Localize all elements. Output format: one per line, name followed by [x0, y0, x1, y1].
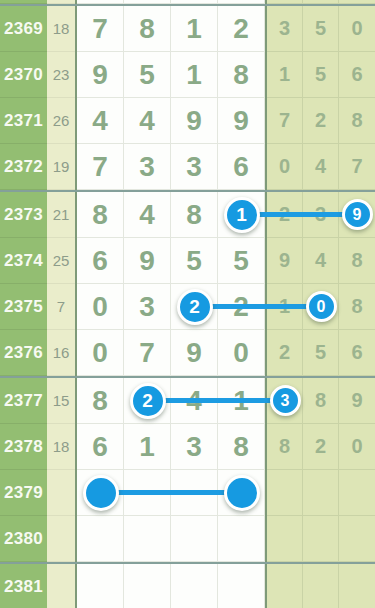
- cell-main-1[interactable]: 7: [77, 144, 124, 190]
- row-2381: 2381: [0, 564, 375, 608]
- cell-main-2[interactable]: 4: [124, 192, 171, 238]
- row-2377: 2377158418923: [0, 378, 375, 424]
- cell-extra-3[interactable]: [339, 564, 375, 608]
- cell-extra-1[interactable]: 8: [267, 424, 303, 470]
- cell-extra-2[interactable]: [303, 564, 339, 608]
- cell-main-3[interactable]: 9: [171, 98, 218, 144]
- row-sum: 23: [47, 52, 75, 98]
- cell-main-2[interactable]: [124, 516, 171, 562]
- row-id: 2373: [0, 192, 47, 238]
- marker-circle[interactable]: 2: [130, 383, 166, 419]
- row-2375: 237570321820: [0, 284, 375, 330]
- cell-main-1[interactable]: 6: [77, 424, 124, 470]
- cell-main-2: [124, 0, 171, 4]
- row-sum: 15: [47, 378, 75, 424]
- cell-main-2[interactable]: 1: [124, 424, 171, 470]
- cell-extra-1[interactable]: 3: [267, 6, 303, 52]
- cell-extra-2[interactable]: [303, 470, 339, 516]
- cell-extra-3[interactable]: [339, 516, 375, 562]
- cell-main-4[interactable]: 8: [218, 424, 265, 470]
- cell-main-1[interactable]: 8: [77, 192, 124, 238]
- cell-main-3[interactable]: 1: [171, 52, 218, 98]
- cell-main-1[interactable]: 9: [77, 52, 124, 98]
- row-2380: 2380: [0, 516, 375, 562]
- row-id: 2374: [0, 238, 47, 284]
- cell-main-3: [171, 0, 218, 4]
- cell-extra-3[interactable]: 6: [339, 330, 375, 376]
- cell-extra-3[interactable]: 0: [339, 424, 375, 470]
- row-id: 2381: [0, 564, 47, 608]
- row-sum: 18: [47, 6, 75, 52]
- row-id: 2380: [0, 516, 47, 562]
- cell-extra-3[interactable]: 0: [339, 6, 375, 52]
- row-id: 2375: [0, 284, 47, 330]
- cell-main-1[interactable]: 8: [77, 378, 124, 424]
- row-2378: 2378186138820: [0, 424, 375, 470]
- marker-circle[interactable]: [83, 475, 119, 511]
- connector-line: [101, 490, 242, 495]
- cell-main-4[interactable]: 6: [218, 144, 265, 190]
- cell-extra-2[interactable]: 4: [303, 144, 339, 190]
- cell-extra-2[interactable]: 5: [303, 6, 339, 52]
- cell-extra-3: [339, 0, 375, 4]
- cell-extra-2[interactable]: 5: [303, 52, 339, 98]
- row-sum: [47, 470, 75, 516]
- cell-main-1[interactable]: [77, 564, 124, 608]
- cell-main-3[interactable]: 3: [171, 424, 218, 470]
- cell-extra-3[interactable]: 8: [339, 98, 375, 144]
- cell-extra-2[interactable]: 5: [303, 330, 339, 376]
- cell-main-4[interactable]: [218, 516, 265, 562]
- row-sum: 25: [47, 238, 75, 284]
- cell-main-2[interactable]: 4: [124, 98, 171, 144]
- row-partial-top: [0, 0, 375, 4]
- cell-extra-2[interactable]: 2: [303, 424, 339, 470]
- row-2370: 2370239518156: [0, 52, 375, 98]
- cell-extra-2[interactable]: [303, 516, 339, 562]
- row-id: [0, 0, 47, 4]
- row-2373: 2373218482319: [0, 192, 375, 238]
- cell-main-2[interactable]: 3: [124, 144, 171, 190]
- row-sum: [47, 0, 75, 4]
- connector-line: [195, 304, 322, 309]
- row-id: 2377: [0, 378, 47, 424]
- row-sum: 26: [47, 98, 75, 144]
- cell-main-2[interactable]: 9: [124, 238, 171, 284]
- cell-main-2[interactable]: 8: [124, 6, 171, 52]
- cell-extra-2[interactable]: 8: [303, 378, 339, 424]
- row-id: 2371: [0, 98, 47, 144]
- marker-circle[interactable]: [224, 475, 260, 511]
- cell-extra-3[interactable]: 8: [339, 284, 375, 330]
- cell-main-1[interactable]: [77, 516, 124, 562]
- row-id: 2379: [0, 470, 47, 516]
- row-id: 2369: [0, 6, 47, 52]
- marker-circle[interactable]: 0: [306, 291, 337, 322]
- row-sum: 7: [47, 284, 75, 330]
- row-sum: 16: [47, 330, 75, 376]
- cell-main-3[interactable]: 8: [171, 192, 218, 238]
- cell-main-4[interactable]: 0: [218, 330, 265, 376]
- cell-extra-1[interactable]: 7: [267, 98, 303, 144]
- cell-extra-1[interactable]: 0: [267, 144, 303, 190]
- cell-extra-1[interactable]: [267, 470, 303, 516]
- row-2369: 2369187812350: [0, 6, 375, 52]
- cell-main-3[interactable]: [171, 564, 218, 608]
- row-2379: 2379: [0, 470, 375, 516]
- cell-extra-3[interactable]: 8: [339, 238, 375, 284]
- row-sum: [47, 516, 75, 562]
- cell-main-4[interactable]: [218, 564, 265, 608]
- cell-main-4[interactable]: 5: [218, 238, 265, 284]
- trend-grid: 2369187812350237023951815623712644997282…: [0, 0, 375, 608]
- row-id: 2376: [0, 330, 47, 376]
- marker-circle[interactable]: 2: [177, 289, 213, 325]
- cell-extra-1[interactable]: [267, 516, 303, 562]
- row-sum: 19: [47, 144, 75, 190]
- row-sum: 18: [47, 424, 75, 470]
- row-id: 2370: [0, 52, 47, 98]
- cell-main-3[interactable]: 1: [171, 6, 218, 52]
- cell-main-3[interactable]: 5: [171, 238, 218, 284]
- cell-extra-3[interactable]: 7: [339, 144, 375, 190]
- cell-main-1[interactable]: 4: [77, 98, 124, 144]
- cell-main-4[interactable]: 2: [218, 6, 265, 52]
- marker-circle[interactable]: 9: [342, 199, 373, 230]
- row-2374: 2374256955948: [0, 238, 375, 284]
- cell-main-4: [218, 0, 265, 4]
- cell-main-3[interactable]: 9: [171, 330, 218, 376]
- connector-line: [148, 398, 286, 403]
- cell-main-3[interactable]: 3: [171, 144, 218, 190]
- cell-extra-2[interactable]: 2: [303, 98, 339, 144]
- cell-extra-2: [303, 0, 339, 4]
- cell-main-2[interactable]: 7: [124, 330, 171, 376]
- cell-extra-2[interactable]: 4: [303, 238, 339, 284]
- marker-circle[interactable]: 1: [224, 197, 260, 233]
- cell-extra-3[interactable]: 6: [339, 52, 375, 98]
- cell-main-1[interactable]: 0: [77, 330, 124, 376]
- cell-main-1: [77, 0, 124, 4]
- cell-extra-1[interactable]: 2: [267, 330, 303, 376]
- row-id: 2378: [0, 424, 47, 470]
- row-2371: 2371264499728: [0, 98, 375, 144]
- row-2376: 2376160790256: [0, 330, 375, 376]
- marker-circle[interactable]: 3: [270, 385, 301, 416]
- cell-extra-1[interactable]: 1: [267, 52, 303, 98]
- cell-extra-1[interactable]: [267, 564, 303, 608]
- row-id: 2372: [0, 144, 47, 190]
- cell-extra-3[interactable]: 9: [339, 378, 375, 424]
- lottery-trend-chart: 2369187812350237023951815623712644997282…: [0, 0, 375, 608]
- cell-main-1[interactable]: 6: [77, 238, 124, 284]
- row-sum: 21: [47, 192, 75, 238]
- cell-main-1[interactable]: 0: [77, 284, 124, 330]
- row-2372: 2372197336047: [0, 144, 375, 190]
- cell-main-4[interactable]: 8: [218, 52, 265, 98]
- cell-main-3[interactable]: [171, 516, 218, 562]
- cell-main-2[interactable]: [124, 564, 171, 608]
- cell-main-1[interactable]: 7: [77, 6, 124, 52]
- cell-main-2[interactable]: 5: [124, 52, 171, 98]
- cell-extra-1: [267, 0, 303, 4]
- row-sum: [47, 564, 75, 608]
- cell-main-4[interactable]: 9: [218, 98, 265, 144]
- cell-extra-1[interactable]: 9: [267, 238, 303, 284]
- cell-extra-3[interactable]: [339, 470, 375, 516]
- cell-main-2[interactable]: 3: [124, 284, 171, 330]
